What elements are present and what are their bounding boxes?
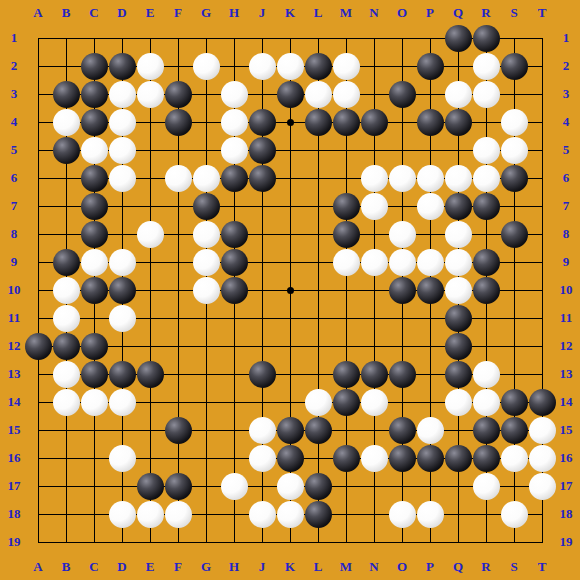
white-stone-T17 bbox=[529, 473, 556, 500]
black-stone-K3 bbox=[277, 81, 304, 108]
white-stone-H17 bbox=[221, 473, 248, 500]
column-label-top: D bbox=[110, 5, 134, 21]
black-stone-K15 bbox=[277, 417, 304, 444]
row-label-left: 16 bbox=[2, 450, 26, 466]
white-stone-M3 bbox=[333, 81, 360, 108]
white-stone-N7 bbox=[361, 193, 388, 220]
white-stone-D4 bbox=[109, 109, 136, 136]
white-stone-S4 bbox=[501, 109, 528, 136]
black-stone-D13 bbox=[109, 361, 136, 388]
column-label-top: A bbox=[26, 5, 50, 21]
white-stone-T16 bbox=[529, 445, 556, 472]
white-stone-G9 bbox=[193, 249, 220, 276]
column-label-bottom: T bbox=[530, 559, 554, 575]
black-stone-B9 bbox=[53, 249, 80, 276]
black-stone-G7 bbox=[193, 193, 220, 220]
black-stone-F4 bbox=[165, 109, 192, 136]
black-stone-A12 bbox=[25, 333, 52, 360]
row-label-left: 9 bbox=[2, 254, 26, 270]
white-stone-G10 bbox=[193, 277, 220, 304]
row-label-right: 2 bbox=[554, 58, 578, 74]
black-stone-H9 bbox=[221, 249, 248, 276]
column-label-bottom: F bbox=[166, 559, 190, 575]
column-label-bottom: A bbox=[26, 559, 50, 575]
white-stone-G6 bbox=[193, 165, 220, 192]
black-stone-Q12 bbox=[445, 333, 472, 360]
black-stone-P2 bbox=[417, 53, 444, 80]
black-stone-N13 bbox=[361, 361, 388, 388]
column-label-bottom: K bbox=[278, 559, 302, 575]
white-stone-H4 bbox=[221, 109, 248, 136]
white-stone-E8 bbox=[137, 221, 164, 248]
column-label-top: Q bbox=[446, 5, 470, 21]
black-stone-C2 bbox=[81, 53, 108, 80]
row-label-right: 9 bbox=[554, 254, 578, 270]
black-stone-H6 bbox=[221, 165, 248, 192]
row-label-left: 6 bbox=[2, 170, 26, 186]
black-stone-C13 bbox=[81, 361, 108, 388]
black-stone-F3 bbox=[165, 81, 192, 108]
column-label-bottom: M bbox=[334, 559, 358, 575]
black-stone-R1 bbox=[473, 25, 500, 52]
white-stone-B11 bbox=[53, 305, 80, 332]
black-stone-B12 bbox=[53, 333, 80, 360]
white-stone-R5 bbox=[473, 137, 500, 164]
white-stone-P15 bbox=[417, 417, 444, 444]
star-point bbox=[287, 287, 294, 294]
white-stone-G8 bbox=[193, 221, 220, 248]
black-stone-Q16 bbox=[445, 445, 472, 472]
white-stone-D16 bbox=[109, 445, 136, 472]
black-stone-P4 bbox=[417, 109, 444, 136]
black-stone-K16 bbox=[277, 445, 304, 472]
black-stone-O10 bbox=[389, 277, 416, 304]
black-stone-J13 bbox=[249, 361, 276, 388]
white-stone-E3 bbox=[137, 81, 164, 108]
row-label-left: 5 bbox=[2, 142, 26, 158]
row-label-left: 13 bbox=[2, 366, 26, 382]
white-stone-F18 bbox=[165, 501, 192, 528]
white-stone-M9 bbox=[333, 249, 360, 276]
black-stone-C10 bbox=[81, 277, 108, 304]
column-label-bottom: C bbox=[82, 559, 106, 575]
black-stone-M13 bbox=[333, 361, 360, 388]
column-label-bottom: N bbox=[362, 559, 386, 575]
row-label-left: 19 bbox=[2, 534, 26, 550]
column-label-top: C bbox=[82, 5, 106, 21]
column-label-bottom: L bbox=[306, 559, 330, 575]
row-label-right: 7 bbox=[554, 198, 578, 214]
white-stone-Q9 bbox=[445, 249, 472, 276]
black-stone-O15 bbox=[389, 417, 416, 444]
white-stone-K18 bbox=[277, 501, 304, 528]
black-stone-P16 bbox=[417, 445, 444, 472]
row-label-left: 14 bbox=[2, 394, 26, 410]
white-stone-L14 bbox=[305, 389, 332, 416]
row-label-right: 3 bbox=[554, 86, 578, 102]
column-label-bottom: J bbox=[250, 559, 274, 575]
row-label-right: 5 bbox=[554, 142, 578, 158]
black-stone-M14 bbox=[333, 389, 360, 416]
black-stone-Q11 bbox=[445, 305, 472, 332]
column-label-bottom: H bbox=[222, 559, 246, 575]
white-stone-H3 bbox=[221, 81, 248, 108]
black-stone-Q13 bbox=[445, 361, 472, 388]
black-stone-C12 bbox=[81, 333, 108, 360]
column-label-top: F bbox=[166, 5, 190, 21]
black-stone-R9 bbox=[473, 249, 500, 276]
row-label-left: 1 bbox=[2, 30, 26, 46]
star-point bbox=[287, 119, 294, 126]
white-stone-E18 bbox=[137, 501, 164, 528]
column-label-bottom: B bbox=[54, 559, 78, 575]
row-label-right: 1 bbox=[554, 30, 578, 46]
black-stone-S6 bbox=[501, 165, 528, 192]
white-stone-K17 bbox=[277, 473, 304, 500]
row-label-left: 4 bbox=[2, 114, 26, 130]
row-label-right: 12 bbox=[554, 338, 578, 354]
row-label-right: 16 bbox=[554, 450, 578, 466]
black-stone-T14 bbox=[529, 389, 556, 416]
white-stone-S18 bbox=[501, 501, 528, 528]
white-stone-K2 bbox=[277, 53, 304, 80]
white-stone-T15 bbox=[529, 417, 556, 444]
white-stone-R14 bbox=[473, 389, 500, 416]
black-stone-H8 bbox=[221, 221, 248, 248]
column-label-bottom: G bbox=[194, 559, 218, 575]
black-stone-R15 bbox=[473, 417, 500, 444]
black-stone-M8 bbox=[333, 221, 360, 248]
row-label-left: 11 bbox=[2, 310, 26, 326]
black-stone-L2 bbox=[305, 53, 332, 80]
white-stone-R3 bbox=[473, 81, 500, 108]
column-label-top: N bbox=[362, 5, 386, 21]
black-stone-C7 bbox=[81, 193, 108, 220]
black-stone-S2 bbox=[501, 53, 528, 80]
black-stone-J4 bbox=[249, 109, 276, 136]
black-stone-D10 bbox=[109, 277, 136, 304]
white-stone-D5 bbox=[109, 137, 136, 164]
white-stone-J15 bbox=[249, 417, 276, 444]
column-label-top: O bbox=[390, 5, 414, 21]
black-stone-S15 bbox=[501, 417, 528, 444]
black-stone-J6 bbox=[249, 165, 276, 192]
white-stone-N9 bbox=[361, 249, 388, 276]
white-stone-P9 bbox=[417, 249, 444, 276]
black-stone-E13 bbox=[137, 361, 164, 388]
white-stone-B10 bbox=[53, 277, 80, 304]
row-label-right: 19 bbox=[554, 534, 578, 550]
row-label-left: 8 bbox=[2, 226, 26, 242]
white-stone-P6 bbox=[417, 165, 444, 192]
column-label-top: B bbox=[54, 5, 78, 21]
black-stone-F15 bbox=[165, 417, 192, 444]
row-label-left: 3 bbox=[2, 86, 26, 102]
white-stone-Q8 bbox=[445, 221, 472, 248]
black-stone-B5 bbox=[53, 137, 80, 164]
black-stone-S14 bbox=[501, 389, 528, 416]
black-stone-P10 bbox=[417, 277, 444, 304]
column-label-top: S bbox=[502, 5, 526, 21]
row-label-right: 11 bbox=[554, 310, 578, 326]
black-stone-F17 bbox=[165, 473, 192, 500]
white-stone-Q6 bbox=[445, 165, 472, 192]
white-stone-J2 bbox=[249, 53, 276, 80]
white-stone-D14 bbox=[109, 389, 136, 416]
board-grid[interactable] bbox=[38, 38, 543, 543]
column-label-bottom: O bbox=[390, 559, 414, 575]
black-stone-C3 bbox=[81, 81, 108, 108]
row-label-left: 18 bbox=[2, 506, 26, 522]
row-label-right: 10 bbox=[554, 282, 578, 298]
row-label-left: 2 bbox=[2, 58, 26, 74]
column-label-top: P bbox=[418, 5, 442, 21]
column-label-top: M bbox=[334, 5, 358, 21]
white-stone-R6 bbox=[473, 165, 500, 192]
row-label-right: 4 bbox=[554, 114, 578, 130]
column-label-top: T bbox=[530, 5, 554, 21]
white-stone-E2 bbox=[137, 53, 164, 80]
white-stone-M2 bbox=[333, 53, 360, 80]
black-stone-Q4 bbox=[445, 109, 472, 136]
white-stone-B14 bbox=[53, 389, 80, 416]
black-stone-J5 bbox=[249, 137, 276, 164]
white-stone-P18 bbox=[417, 501, 444, 528]
black-stone-L4 bbox=[305, 109, 332, 136]
white-stone-Q14 bbox=[445, 389, 472, 416]
black-stone-L15 bbox=[305, 417, 332, 444]
row-label-right: 13 bbox=[554, 366, 578, 382]
column-label-top: G bbox=[194, 5, 218, 21]
white-stone-D6 bbox=[109, 165, 136, 192]
white-stone-D9 bbox=[109, 249, 136, 276]
column-label-top: L bbox=[306, 5, 330, 21]
black-stone-R10 bbox=[473, 277, 500, 304]
white-stone-R17 bbox=[473, 473, 500, 500]
black-stone-D2 bbox=[109, 53, 136, 80]
black-stone-M4 bbox=[333, 109, 360, 136]
white-stone-O8 bbox=[389, 221, 416, 248]
white-stone-O9 bbox=[389, 249, 416, 276]
go-board: AABBCCDDEEFFGGHHJJKKLLMMNNOOPPQQRRSSTT11… bbox=[0, 0, 580, 580]
white-stone-C14 bbox=[81, 389, 108, 416]
white-stone-O6 bbox=[389, 165, 416, 192]
white-stone-F6 bbox=[165, 165, 192, 192]
column-label-top: J bbox=[250, 5, 274, 21]
black-stone-C8 bbox=[81, 221, 108, 248]
black-stone-Q7 bbox=[445, 193, 472, 220]
black-stone-C4 bbox=[81, 109, 108, 136]
column-label-bottom: E bbox=[138, 559, 162, 575]
white-stone-N6 bbox=[361, 165, 388, 192]
white-stone-N16 bbox=[361, 445, 388, 472]
black-stone-L18 bbox=[305, 501, 332, 528]
white-stone-Q3 bbox=[445, 81, 472, 108]
row-label-right: 15 bbox=[554, 422, 578, 438]
row-label-right: 18 bbox=[554, 506, 578, 522]
black-stone-R7 bbox=[473, 193, 500, 220]
row-label-right: 8 bbox=[554, 226, 578, 242]
white-stone-Q10 bbox=[445, 277, 472, 304]
row-label-left: 17 bbox=[2, 478, 26, 494]
white-stone-C5 bbox=[81, 137, 108, 164]
white-stone-G2 bbox=[193, 53, 220, 80]
column-label-top: E bbox=[138, 5, 162, 21]
white-stone-C9 bbox=[81, 249, 108, 276]
black-stone-N4 bbox=[361, 109, 388, 136]
black-stone-O16 bbox=[389, 445, 416, 472]
white-stone-N14 bbox=[361, 389, 388, 416]
row-label-left: 7 bbox=[2, 198, 26, 214]
white-stone-D18 bbox=[109, 501, 136, 528]
black-stone-R16 bbox=[473, 445, 500, 472]
white-stone-P7 bbox=[417, 193, 444, 220]
white-stone-H5 bbox=[221, 137, 248, 164]
column-label-top: K bbox=[278, 5, 302, 21]
white-stone-J18 bbox=[249, 501, 276, 528]
column-label-bottom: R bbox=[474, 559, 498, 575]
white-stone-S5 bbox=[501, 137, 528, 164]
white-stone-D3 bbox=[109, 81, 136, 108]
white-stone-R2 bbox=[473, 53, 500, 80]
black-stone-O3 bbox=[389, 81, 416, 108]
column-label-top: H bbox=[222, 5, 246, 21]
white-stone-O18 bbox=[389, 501, 416, 528]
column-label-bottom: Q bbox=[446, 559, 470, 575]
row-label-right: 17 bbox=[554, 478, 578, 494]
black-stone-B3 bbox=[53, 81, 80, 108]
black-stone-C6 bbox=[81, 165, 108, 192]
row-label-left: 15 bbox=[2, 422, 26, 438]
white-stone-D11 bbox=[109, 305, 136, 332]
row-label-right: 14 bbox=[554, 394, 578, 410]
white-stone-J16 bbox=[249, 445, 276, 472]
black-stone-M7 bbox=[333, 193, 360, 220]
black-stone-Q1 bbox=[445, 25, 472, 52]
black-stone-E17 bbox=[137, 473, 164, 500]
black-stone-H10 bbox=[221, 277, 248, 304]
black-stone-L17 bbox=[305, 473, 332, 500]
white-stone-L3 bbox=[305, 81, 332, 108]
column-label-bottom: D bbox=[110, 559, 134, 575]
row-label-right: 6 bbox=[554, 170, 578, 186]
white-stone-B13 bbox=[53, 361, 80, 388]
white-stone-B4 bbox=[53, 109, 80, 136]
white-stone-R13 bbox=[473, 361, 500, 388]
row-label-left: 10 bbox=[2, 282, 26, 298]
column-label-top: R bbox=[474, 5, 498, 21]
column-label-bottom: P bbox=[418, 559, 442, 575]
black-stone-M16 bbox=[333, 445, 360, 472]
column-label-bottom: S bbox=[502, 559, 526, 575]
white-stone-S16 bbox=[501, 445, 528, 472]
black-stone-O13 bbox=[389, 361, 416, 388]
black-stone-S8 bbox=[501, 221, 528, 248]
row-label-left: 12 bbox=[2, 338, 26, 354]
